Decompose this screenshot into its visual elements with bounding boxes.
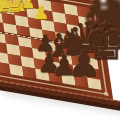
chess-set-photo: ♞♜♛♝♟♟♟♝♞♛♟♟♟♚♝♜♞ bbox=[0, 0, 120, 120]
yellow-queen[interactable]: ♛ bbox=[4, 0, 25, 16]
yellow-pawn[interactable]: ♟ bbox=[33, 3, 50, 22]
pieces-layer: ♞♜♛♝♟♟♟♝♞♛♟♟♟♚♝♜♞ bbox=[0, 0, 120, 120]
dark-pawn[interactable]: ♟ bbox=[67, 46, 101, 84]
